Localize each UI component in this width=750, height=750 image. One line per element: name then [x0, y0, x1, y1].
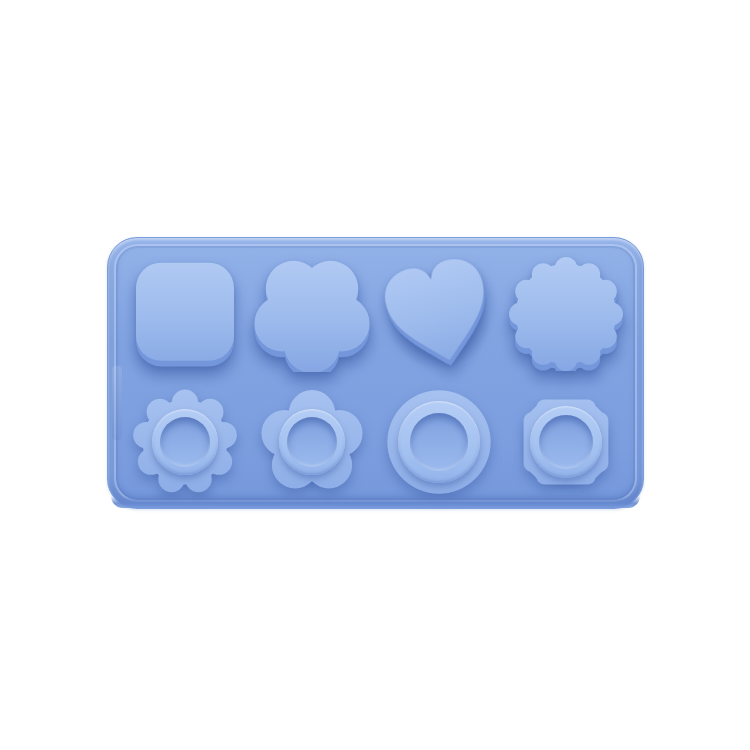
flower-shape: [254, 256, 370, 372]
cavity-grid: [122, 250, 629, 506]
cavity-heart: [380, 255, 498, 373]
cavity-round-ring: [384, 387, 494, 497]
embossed-brand-mark: [112, 366, 122, 440]
recessed-circle: [539, 415, 593, 469]
photo-stage: [0, 0, 750, 750]
recessed-circle: [287, 417, 337, 467]
cavity-rounded-square: [128, 256, 242, 372]
cavity-scalloped-flower-ring: [132, 389, 238, 495]
silicone-mold-tray: [107, 237, 644, 509]
cavity-five-petal-flower: [254, 256, 370, 372]
scalloped-round-shape: [509, 257, 623, 371]
cavity-five-petal-flower-ring: [259, 389, 365, 495]
cavity-scalloped-round: [509, 257, 623, 371]
heart-shape: [368, 243, 510, 385]
recessed-circle: [410, 413, 468, 471]
rounded-square-shape: [128, 256, 242, 372]
cavity-square-plaque-ring: [512, 389, 620, 495]
